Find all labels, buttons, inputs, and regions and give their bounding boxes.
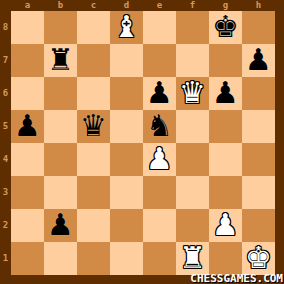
square-c8 <box>77 11 110 44</box>
square-c6 <box>77 77 110 110</box>
square-b8 <box>44 11 77 44</box>
square-e6: ♟ <box>143 77 176 110</box>
black-pawn-g6: ♟ <box>209 77 242 110</box>
square-g8: ♚ <box>209 11 242 44</box>
file-label-e: e <box>143 0 176 11</box>
square-c3 <box>77 176 110 209</box>
chessboard-frame: a b c d e f g h 8 7 6 5 4 3 2 1 ♝♚♜♟♟♛♟♟… <box>0 0 284 284</box>
square-e4: ♟ <box>143 143 176 176</box>
rank-labels: 8 7 6 5 4 3 2 1 <box>0 11 11 275</box>
square-e5: ♞ <box>143 110 176 143</box>
white-king-h1: ♚ <box>242 242 275 275</box>
black-king-g8: ♚ <box>209 11 242 44</box>
square-g2: ♟ <box>209 209 242 242</box>
square-c7 <box>77 44 110 77</box>
square-h3 <box>242 176 275 209</box>
file-label-b: b <box>44 0 77 11</box>
site-credit: CHESSGAMES.COM <box>190 274 283 284</box>
square-h5 <box>242 110 275 143</box>
square-d6 <box>110 77 143 110</box>
square-a3 <box>11 176 44 209</box>
rank-label-5: 5 <box>0 110 11 143</box>
white-pawn-e4: ♟ <box>143 143 176 176</box>
square-f3 <box>176 176 209 209</box>
square-b1 <box>44 242 77 275</box>
rank-label-7: 7 <box>0 44 11 77</box>
square-h6 <box>242 77 275 110</box>
file-label-a: a <box>11 0 44 11</box>
rank-label-6: 6 <box>0 77 11 110</box>
square-f2 <box>176 209 209 242</box>
square-b6 <box>44 77 77 110</box>
white-rook-f1: ♜ <box>176 242 209 275</box>
black-knight-e5: ♞ <box>143 110 176 143</box>
square-f8 <box>176 11 209 44</box>
rank-label-8: 8 <box>0 11 11 44</box>
square-h7: ♟ <box>242 44 275 77</box>
square-f7 <box>176 44 209 77</box>
square-d7 <box>110 44 143 77</box>
white-bishop-d8: ♝ <box>110 11 143 44</box>
square-g4 <box>209 143 242 176</box>
square-c4 <box>77 143 110 176</box>
black-pawn-e6: ♟ <box>143 77 176 110</box>
square-a8 <box>11 11 44 44</box>
square-a5: ♟ <box>11 110 44 143</box>
square-d5 <box>110 110 143 143</box>
square-e1 <box>143 242 176 275</box>
board: ♝♚♜♟♟♛♟♟♛♞♟♟♟♜♚ <box>11 11 275 275</box>
square-g7 <box>209 44 242 77</box>
square-a1 <box>11 242 44 275</box>
square-d3 <box>110 176 143 209</box>
square-f6: ♛ <box>176 77 209 110</box>
square-b4 <box>44 143 77 176</box>
file-label-c: c <box>77 0 110 11</box>
square-a7 <box>11 44 44 77</box>
file-label-h: h <box>242 0 275 11</box>
square-g6: ♟ <box>209 77 242 110</box>
rank-label-3: 3 <box>0 176 11 209</box>
square-d4 <box>110 143 143 176</box>
black-pawn-h7: ♟ <box>242 44 275 77</box>
black-queen-c5: ♛ <box>77 110 110 143</box>
black-pawn-a5: ♟ <box>11 110 44 143</box>
square-c5: ♛ <box>77 110 110 143</box>
square-g5 <box>209 110 242 143</box>
white-queen-f6: ♛ <box>176 77 209 110</box>
rank-label-1: 1 <box>0 242 11 275</box>
square-d8: ♝ <box>110 11 143 44</box>
square-b3 <box>44 176 77 209</box>
square-a6 <box>11 77 44 110</box>
rank-label-4: 4 <box>0 143 11 176</box>
square-d2 <box>110 209 143 242</box>
square-e2 <box>143 209 176 242</box>
square-c1 <box>77 242 110 275</box>
rank-label-2: 2 <box>0 209 11 242</box>
square-e3 <box>143 176 176 209</box>
square-d1 <box>110 242 143 275</box>
file-label-f: f <box>176 0 209 11</box>
square-f4 <box>176 143 209 176</box>
square-h8 <box>242 11 275 44</box>
square-e8 <box>143 11 176 44</box>
square-f5 <box>176 110 209 143</box>
square-h1: ♚ <box>242 242 275 275</box>
square-b7: ♜ <box>44 44 77 77</box>
square-e7 <box>143 44 176 77</box>
black-rook-b7: ♜ <box>44 44 77 77</box>
square-b2: ♟ <box>44 209 77 242</box>
square-a2 <box>11 209 44 242</box>
square-h4 <box>242 143 275 176</box>
square-h2 <box>242 209 275 242</box>
square-c2 <box>77 209 110 242</box>
white-pawn-g2: ♟ <box>209 209 242 242</box>
square-b5 <box>44 110 77 143</box>
square-f1: ♜ <box>176 242 209 275</box>
black-pawn-b2: ♟ <box>44 209 77 242</box>
square-g1 <box>209 242 242 275</box>
square-a4 <box>11 143 44 176</box>
square-g3 <box>209 176 242 209</box>
